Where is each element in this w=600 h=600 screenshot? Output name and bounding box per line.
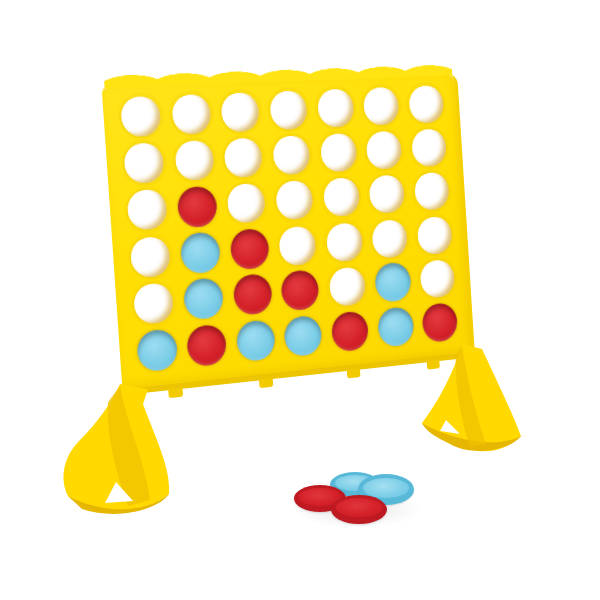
empty-hole <box>411 128 447 167</box>
blue-disc <box>377 306 415 348</box>
cell-col7-row4 <box>411 212 458 259</box>
cell-col7-row6 <box>417 299 464 347</box>
left-stand-leg <box>58 382 223 522</box>
empty-hole <box>325 222 363 262</box>
cell-col2-row1 <box>165 90 218 139</box>
frame-clip-tab <box>347 369 361 379</box>
cell-col5-row4 <box>320 218 369 266</box>
right-stand-leg <box>420 344 538 464</box>
empty-hole <box>369 175 406 215</box>
empty-hole <box>275 180 314 221</box>
cell-col3-row1 <box>215 88 267 136</box>
cell-col3-row2 <box>218 134 270 182</box>
empty-hole <box>269 90 308 130</box>
blue-disc <box>284 315 323 358</box>
cell-col5-row6 <box>325 307 374 356</box>
cell-col3-row3 <box>221 179 272 228</box>
cell-col4-row4 <box>272 221 322 270</box>
empty-hole <box>171 94 211 135</box>
empty-hole <box>133 282 174 325</box>
blue-disc <box>374 262 412 303</box>
red-disc <box>177 185 218 228</box>
blue-disc <box>183 278 224 321</box>
cell-col6-row5 <box>369 259 417 307</box>
cell-col2-row3 <box>171 182 224 232</box>
cell-col6-row6 <box>372 303 420 351</box>
empty-hole <box>416 216 452 255</box>
cell-col5-row1 <box>311 85 360 132</box>
cell-col5-row2 <box>314 129 363 176</box>
cell-col1-row4 <box>124 232 178 283</box>
cell-col3-row5 <box>227 270 278 320</box>
cell-col4-row3 <box>269 176 319 224</box>
empty-hole <box>363 86 400 125</box>
empty-hole <box>174 140 214 181</box>
board-assembly <box>102 74 473 390</box>
red-disc <box>186 323 227 367</box>
cell-col2-row2 <box>168 136 221 185</box>
empty-hole <box>221 92 261 132</box>
red-disc <box>422 302 459 343</box>
cell-col6-row2 <box>360 127 408 174</box>
cell-col5-row3 <box>317 174 366 222</box>
cell-col2-row5 <box>178 274 231 324</box>
blue-disc <box>136 328 178 372</box>
red-disc <box>281 270 320 312</box>
blue-disc <box>236 319 276 362</box>
red-disc <box>230 228 270 270</box>
cell-col3-row6 <box>230 315 281 365</box>
empty-hole <box>317 88 355 127</box>
cell-col1-row5 <box>127 278 181 329</box>
cell-col7-row1 <box>402 81 449 127</box>
empty-hole <box>127 189 168 231</box>
cell-col1-row6 <box>130 325 184 377</box>
cell-col3-row4 <box>224 225 275 274</box>
cell-col2-row4 <box>174 228 227 278</box>
red-disc <box>233 274 273 317</box>
board-grid <box>114 81 463 376</box>
connect-four-product-photo <box>0 0 600 600</box>
red-disc <box>331 310 369 352</box>
cell-col4-row6 <box>278 311 328 361</box>
cell-col7-row2 <box>405 125 452 171</box>
empty-hole <box>371 219 408 259</box>
cell-col7-row3 <box>408 168 455 215</box>
empty-hole <box>320 133 358 173</box>
empty-hole <box>124 142 165 184</box>
empty-hole <box>322 177 360 217</box>
blue-disc <box>180 232 221 275</box>
cell-col1-row2 <box>117 138 171 188</box>
cell-col6-row3 <box>363 171 411 218</box>
cell-col1-row1 <box>114 92 168 141</box>
empty-hole <box>224 137 263 178</box>
cell-col1-row3 <box>120 185 174 235</box>
empty-hole <box>366 131 403 170</box>
empty-hole <box>130 236 171 278</box>
empty-hole <box>227 183 266 224</box>
empty-hole <box>408 85 444 123</box>
empty-hole <box>278 225 316 266</box>
empty-hole <box>272 135 311 175</box>
cell-col4-row1 <box>263 86 313 133</box>
loose-red-disc <box>331 495 387 524</box>
cell-col4-row2 <box>266 131 316 179</box>
cell-col6-row1 <box>357 83 405 129</box>
frame-clip-tab <box>259 378 273 388</box>
empty-hole <box>120 96 161 137</box>
cell-col4-row5 <box>275 266 325 315</box>
empty-hole <box>419 259 455 299</box>
cell-col7-row5 <box>414 255 461 302</box>
cell-col2-row6 <box>181 320 233 371</box>
cell-col5-row5 <box>323 262 372 311</box>
empty-hole <box>414 172 450 211</box>
cell-col6-row4 <box>366 215 414 263</box>
empty-hole <box>328 266 366 307</box>
